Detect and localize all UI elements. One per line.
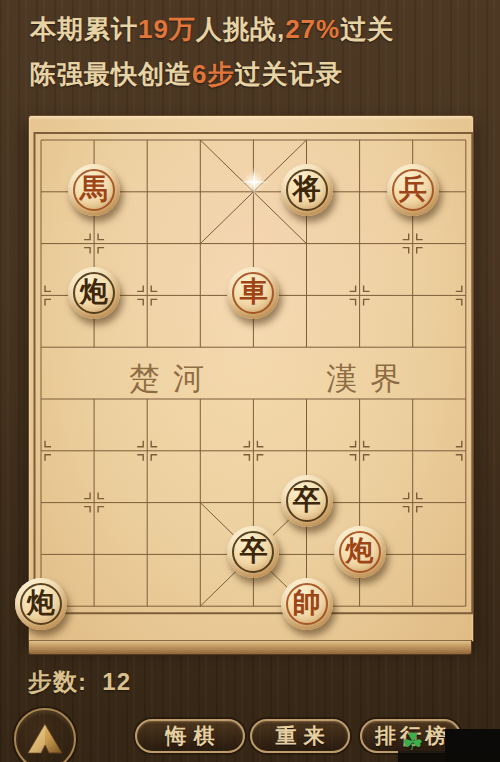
piece-glyph: 炮 [80, 278, 108, 306]
piece-glyph: 車 [239, 278, 267, 306]
piece-glyph: 卒 [293, 486, 321, 514]
piece-black-col0-row9[interactable]: 炮 [15, 578, 67, 630]
piece-glyph: 兵 [399, 175, 427, 203]
gold-arch-chevron-icon [25, 721, 65, 757]
stats-text: 本期累计 [30, 14, 138, 44]
move-counter-label: 步数: [28, 668, 87, 695]
piece-red-col6-row8[interactable]: 炮 [334, 526, 386, 578]
move-counter-value: 12 [102, 668, 131, 695]
xiangqi-board[interactable]: 楚河 漢界 馬将兵炮車卒卒炮帥炮 [28, 115, 474, 642]
record-text: 过关记录 [234, 59, 342, 89]
stats-count-highlight: 19万 [138, 14, 196, 44]
piece-glyph: 帥 [293, 589, 321, 617]
board-front-edge [28, 640, 472, 655]
stats-text: 人挑战, [196, 14, 285, 44]
piece-glyph: 炮 [27, 589, 55, 617]
piece-glyph: 将 [293, 175, 321, 203]
move-counter: 步数: 12 [28, 666, 131, 698]
undo-move-button[interactable]: 悔棋 [135, 719, 245, 753]
green-clover-icon: ☘ [402, 728, 424, 756]
challenge-stats-line: 本期累计19万人挑战,27%过关 [30, 12, 394, 47]
record-text: 陈强最快创造 [30, 59, 192, 89]
piece-red-col1-row1[interactable]: 馬 [68, 164, 120, 216]
piece-glyph: 馬 [80, 175, 108, 203]
record-steps-highlight: 6步 [192, 59, 234, 89]
back-button[interactable] [14, 708, 76, 762]
river-label-right: 漢界 [326, 361, 414, 396]
xiangqi-endgame-screen: 本期累计19万人挑战,27%过关 陈强最快创造6步过关记录 楚河 漢界 馬将兵炮… [0, 0, 500, 762]
record-holder-line: 陈强最快创造6步过关记录 [30, 57, 342, 92]
piece-black-col5-row1[interactable]: 将 [281, 164, 333, 216]
piece-glyph: 炮 [346, 537, 374, 565]
restart-button[interactable]: 重来 [250, 719, 350, 753]
stats-text: 过关 [340, 14, 394, 44]
river-label-left: 楚河 [129, 361, 217, 396]
piece-glyph: 卒 [239, 537, 267, 565]
stats-percent-highlight: 27% [285, 14, 340, 44]
piece-red-col7-row1[interactable]: 兵 [387, 164, 439, 216]
piece-black-col5-row7[interactable]: 卒 [281, 475, 333, 527]
piece-red-col5-row9[interactable]: 帥 [281, 578, 333, 630]
